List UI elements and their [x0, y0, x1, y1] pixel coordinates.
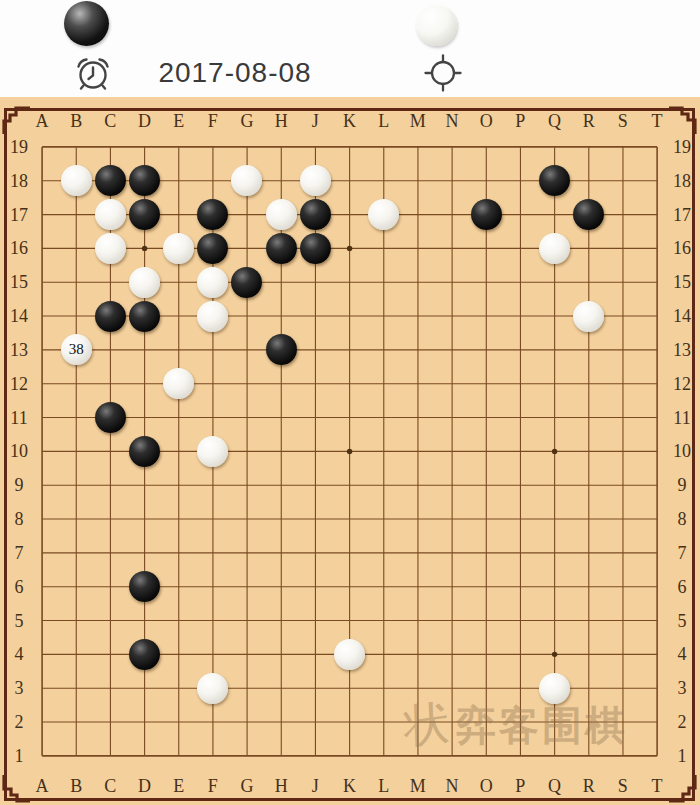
match-header: 2017-08-08: [0, 0, 700, 97]
col-label-bottom-R: R: [583, 776, 595, 797]
black-stone-Q18: [539, 165, 570, 196]
col-label-bottom-A: A: [36, 776, 49, 797]
go-game-record-screen: { "game": "go", "header": { "black_indic…: [0, 0, 700, 805]
row-label-right-7: 7: [678, 542, 687, 563]
white-stone-B13: 38: [61, 334, 92, 365]
col-label-top-J: J: [312, 111, 319, 132]
col-label-top-R: R: [583, 111, 595, 132]
col-label-top-T: T: [652, 111, 663, 132]
row-label-right-5: 5: [678, 610, 687, 631]
alarm-clock-icon: [73, 53, 113, 93]
white-stone-H17: [266, 199, 297, 230]
col-label-top-L: L: [378, 111, 389, 132]
black-stone-D14: [129, 301, 160, 332]
row-label-right-4: 4: [678, 644, 687, 665]
col-label-bottom-K: K: [343, 776, 356, 797]
row-label-right-13: 13: [673, 339, 691, 360]
col-label-top-H: H: [275, 111, 288, 132]
col-label-top-Q: Q: [548, 111, 561, 132]
col-label-bottom-Q: Q: [548, 776, 561, 797]
row-label-right-15: 15: [673, 272, 691, 293]
col-label-top-N: N: [446, 111, 459, 132]
row-label-right-18: 18: [673, 170, 691, 191]
col-label-bottom-L: L: [378, 776, 389, 797]
col-label-top-P: P: [515, 111, 525, 132]
col-label-bottom-F: F: [208, 776, 218, 797]
row-label-right-11: 11: [673, 407, 690, 428]
row-label-left-4: 4: [15, 644, 24, 665]
board-grid: 38: [25, 130, 674, 773]
white-player-stone-avatar: [416, 5, 457, 46]
black-stone-D6: [129, 571, 160, 602]
col-label-bottom-J: J: [312, 776, 319, 797]
watermark: 状弈客围棋: [404, 694, 628, 756]
row-label-right-8: 8: [678, 509, 687, 530]
row-label-left-3: 3: [15, 678, 24, 699]
white-stone-B18: [61, 165, 92, 196]
black-stone-G15: [231, 267, 262, 298]
col-label-top-K: K: [343, 111, 356, 132]
white-stone-F14: [197, 301, 228, 332]
black-stone-O17: [471, 199, 502, 230]
col-label-bottom-E: E: [173, 776, 184, 797]
col-label-bottom-M: M: [410, 776, 426, 797]
row-label-left-1: 1: [15, 745, 24, 766]
white-stone-K4: [334, 639, 365, 670]
row-label-left-7: 7: [15, 542, 24, 563]
white-stone-E16: [163, 233, 194, 264]
col-label-top-F: F: [208, 111, 218, 132]
white-stone-Q16: [539, 233, 570, 264]
black-player-stone-avatar: [64, 1, 109, 46]
frame-corner-ornament: [1, 774, 31, 804]
white-stone-C16: [95, 233, 126, 264]
row-label-left-8: 8: [15, 509, 24, 530]
col-label-bottom-T: T: [652, 776, 663, 797]
game-date: 2017-08-08: [140, 56, 330, 90]
row-label-right-1: 1: [678, 745, 687, 766]
white-stone-J18: [300, 165, 331, 196]
row-label-right-17: 17: [673, 204, 691, 225]
white-stone-F3: [197, 673, 228, 704]
col-label-bottom-C: C: [104, 776, 116, 797]
black-stone-D10: [129, 436, 160, 467]
col-label-top-E: E: [173, 111, 184, 132]
col-label-top-M: M: [410, 111, 426, 132]
white-stone-C17: [95, 199, 126, 230]
black-stone-C18: [95, 165, 126, 196]
col-label-bottom-G: G: [241, 776, 254, 797]
white-stone-F10: [197, 436, 228, 467]
row-label-right-16: 16: [673, 238, 691, 259]
row-label-right-6: 6: [678, 576, 687, 597]
col-label-bottom-D: D: [138, 776, 151, 797]
col-label-bottom-B: B: [70, 776, 82, 797]
col-label-top-B: B: [70, 111, 82, 132]
white-stone-D15: [129, 267, 160, 298]
row-label-right-19: 19: [673, 137, 691, 158]
col-label-bottom-P: P: [515, 776, 525, 797]
crosshair-target-icon: [423, 53, 463, 93]
go-board: AABBCCDDEEFFGGHHJJKKLLMMNNOOPPQQRRSSTT19…: [0, 97, 700, 805]
row-label-right-12: 12: [673, 373, 691, 394]
black-stone-D17: [129, 199, 160, 230]
col-label-top-D: D: [138, 111, 151, 132]
row-label-left-9: 9: [15, 475, 24, 496]
black-stone-D4: [129, 639, 160, 670]
row-label-right-10: 10: [673, 441, 691, 462]
col-label-bottom-H: H: [275, 776, 288, 797]
row-label-left-6: 6: [15, 576, 24, 597]
white-stone-R14: [573, 301, 604, 332]
col-label-top-A: A: [36, 111, 49, 132]
black-stone-J17: [300, 199, 331, 230]
black-stone-R17: [573, 199, 604, 230]
row-label-right-9: 9: [678, 475, 687, 496]
col-label-top-O: O: [480, 111, 493, 132]
black-stone-H13: [266, 334, 297, 365]
col-label-top-S: S: [618, 111, 628, 132]
black-stone-H16: [266, 233, 297, 264]
col-label-bottom-N: N: [446, 776, 459, 797]
move-number-label: 38: [69, 342, 84, 357]
row-label-right-3: 3: [678, 678, 687, 699]
black-stone-C14: [95, 301, 126, 332]
row-label-left-2: 2: [15, 712, 24, 733]
watermark-logo: 状: [403, 691, 451, 760]
white-stone-F15: [197, 267, 228, 298]
black-stone-J16: [300, 233, 331, 264]
row-label-left-5: 5: [15, 610, 24, 631]
col-label-bottom-S: S: [618, 776, 628, 797]
frame-corner-ornament: [668, 774, 698, 804]
grid-lines: [25, 130, 674, 773]
white-stone-L17: [368, 199, 399, 230]
row-label-right-14: 14: [673, 306, 691, 327]
col-label-top-C: C: [104, 111, 116, 132]
watermark-text: 弈客围棋: [456, 703, 628, 748]
row-label-right-2: 2: [678, 712, 687, 733]
col-label-bottom-O: O: [480, 776, 493, 797]
black-stone-C11: [95, 402, 126, 433]
col-label-top-G: G: [241, 111, 254, 132]
